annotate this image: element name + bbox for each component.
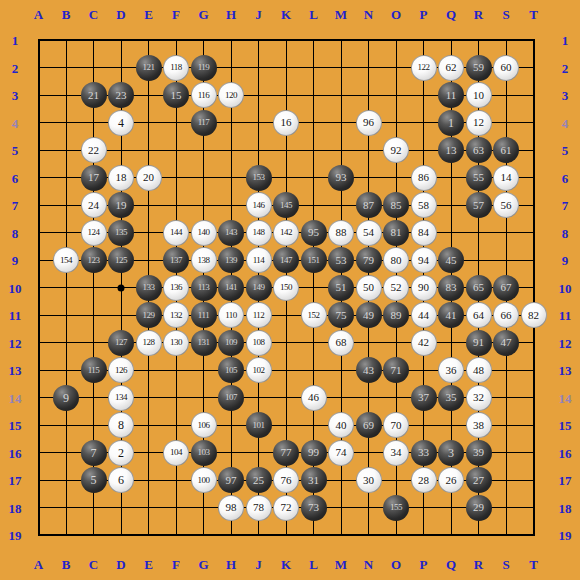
black-stone-93-M6: 93: [328, 165, 354, 191]
column-label-B: B: [62, 558, 71, 571]
move-number: 148: [253, 228, 265, 237]
white-stone-70-O15: 70: [383, 412, 409, 438]
move-number: 57: [473, 200, 484, 211]
row-label-10: 10: [559, 281, 572, 294]
move-number: 56: [501, 200, 512, 211]
white-stone-26-Q17: 26: [438, 467, 464, 493]
move-number: 79: [363, 255, 374, 266]
row-label-13: 13: [9, 364, 22, 377]
move-number: 127: [115, 338, 127, 347]
move-number: 54: [363, 227, 374, 238]
white-stone-58-P7: 58: [411, 192, 437, 218]
white-stone-130-F12: 130: [163, 330, 189, 356]
column-label-P: P: [420, 558, 428, 571]
row-label-16: 16: [559, 446, 572, 459]
column-label-A: A: [34, 8, 43, 21]
white-stone-108-J12: 108: [246, 330, 272, 356]
move-number: 102: [253, 366, 265, 375]
move-number: 109: [225, 338, 237, 347]
black-stone-107-H14: 107: [218, 385, 244, 411]
row-label-4: 4: [12, 116, 19, 129]
column-label-M: M: [335, 558, 347, 571]
black-stone-137-F9: 137: [163, 247, 189, 273]
row-label-2: 2: [12, 61, 19, 74]
white-stone-96-N4: 96: [356, 110, 382, 136]
white-stone-106-G15: 106: [191, 412, 217, 438]
move-number: 35: [446, 392, 457, 403]
move-number: 41: [446, 310, 457, 321]
black-stone-35-Q14: 35: [438, 385, 464, 411]
black-stone-61-S5: 61: [493, 137, 519, 163]
white-stone-136-F10: 136: [163, 275, 189, 301]
white-stone-6-D17: 6: [108, 467, 134, 493]
white-stone-10-R3: 10: [466, 82, 492, 108]
move-number: 52: [391, 282, 402, 293]
grid-horizontal-line: [38, 534, 535, 536]
black-stone-147-K9: 147: [273, 247, 299, 273]
black-stone-59-R2: 59: [466, 55, 492, 81]
move-number: 9: [63, 392, 69, 404]
column-label-G: G: [198, 8, 208, 21]
move-number: 26: [446, 475, 457, 486]
black-stone-19-D7: 19: [108, 192, 134, 218]
white-stone-60-S2: 60: [493, 55, 519, 81]
black-stone-103-G16: 103: [191, 440, 217, 466]
move-number: 74: [336, 447, 347, 458]
white-stone-90-P10: 90: [411, 275, 437, 301]
column-label-L: L: [309, 558, 318, 571]
black-stone-73-L18: 73: [301, 495, 327, 521]
row-label-17: 17: [559, 474, 572, 487]
black-stone-3-Q16: 3: [438, 440, 464, 466]
black-stone-43-N13: 43: [356, 357, 382, 383]
white-stone-4-D4: 4: [108, 110, 134, 136]
black-stone-27-R17: 27: [466, 467, 492, 493]
black-stone-79-N9: 79: [356, 247, 382, 273]
white-stone-86-P6: 86: [411, 165, 437, 191]
move-number: 27: [473, 475, 484, 486]
column-label-O: O: [391, 8, 401, 21]
move-number: 152: [308, 311, 320, 320]
move-number: 93: [336, 172, 347, 183]
move-number: 63: [473, 145, 484, 156]
row-label-1: 1: [562, 34, 569, 47]
move-number: 15: [171, 90, 182, 101]
move-number: 126: [115, 366, 127, 375]
white-stone-16-K4: 16: [273, 110, 299, 136]
black-stone-53-M9: 53: [328, 247, 354, 273]
move-number: 65: [473, 282, 484, 293]
move-number: 44: [418, 310, 429, 321]
move-number: 149: [253, 283, 265, 292]
move-number: 17: [88, 172, 99, 183]
move-number: 101: [253, 421, 265, 430]
row-label-11: 11: [559, 309, 571, 322]
column-label-Q: Q: [446, 8, 456, 21]
white-stone-68-M12: 68: [328, 330, 354, 356]
move-number: 24: [88, 200, 99, 211]
black-stone-121-E2: 121: [136, 55, 162, 81]
white-stone-40-M15: 40: [328, 412, 354, 438]
move-number: 58: [418, 200, 429, 211]
move-number: 106: [198, 421, 210, 430]
move-number: 25: [253, 475, 264, 486]
black-stone-77-K16: 77: [273, 440, 299, 466]
white-stone-66-S11: 66: [493, 302, 519, 328]
black-stone-125-D9: 125: [108, 247, 134, 273]
move-number: 20: [143, 172, 154, 183]
move-number: 70: [391, 420, 402, 431]
move-number: 137: [170, 256, 182, 265]
move-number: 43: [363, 365, 374, 376]
row-label-10: 10: [9, 281, 22, 294]
move-number: 42: [418, 337, 429, 348]
black-stone-139-H9: 139: [218, 247, 244, 273]
move-number: 48: [473, 365, 484, 376]
move-number: 139: [225, 256, 237, 265]
white-stone-82-T11: 82: [521, 302, 547, 328]
row-label-6: 6: [12, 171, 19, 184]
white-stone-84-P8: 84: [411, 220, 437, 246]
move-number: 6: [118, 474, 124, 486]
row-label-3: 3: [12, 89, 19, 102]
black-stone-111-G11: 111: [191, 302, 217, 328]
row-label-9: 9: [12, 254, 19, 267]
row-label-7: 7: [562, 199, 569, 212]
move-number: 120: [225, 91, 237, 100]
move-number: 22: [88, 145, 99, 156]
move-number: 135: [115, 228, 127, 237]
move-number: 30: [363, 475, 374, 486]
move-number: 67: [501, 282, 512, 293]
white-stone-62-Q2: 62: [438, 55, 464, 81]
white-stone-42-P12: 42: [411, 330, 437, 356]
move-number: 154: [60, 256, 72, 265]
black-stone-155-O18: 155: [383, 495, 409, 521]
move-number: 31: [308, 475, 319, 486]
white-stone-154-B9: 154: [53, 247, 79, 273]
white-stone-50-N10: 50: [356, 275, 382, 301]
white-stone-120-H3: 120: [218, 82, 244, 108]
black-stone-71-O13: 71: [383, 357, 409, 383]
move-number: 95: [308, 227, 319, 238]
move-number: 36: [446, 365, 457, 376]
column-label-R: R: [474, 8, 483, 21]
black-stone-63-R5: 63: [466, 137, 492, 163]
black-stone-91-R12: 91: [466, 330, 492, 356]
black-stone-25-J17: 25: [246, 467, 272, 493]
black-stone-127-D12: 127: [108, 330, 134, 356]
star-point-D10: [118, 284, 125, 291]
row-label-14: 14: [9, 391, 22, 404]
white-stone-2-D16: 2: [108, 440, 134, 466]
move-number: 111: [198, 311, 209, 320]
white-stone-34-O16: 34: [383, 440, 409, 466]
move-number: 129: [143, 311, 155, 320]
white-stone-92-O5: 92: [383, 137, 409, 163]
move-number: 151: [308, 256, 320, 265]
row-label-3: 3: [562, 89, 569, 102]
move-number: 87: [363, 200, 374, 211]
move-number: 144: [170, 228, 182, 237]
column-label-T: T: [529, 558, 538, 571]
move-number: 100: [198, 476, 210, 485]
move-number: 90: [418, 282, 429, 293]
column-label-C: C: [89, 8, 98, 21]
white-stone-54-N8: 54: [356, 220, 382, 246]
row-label-15: 15: [9, 419, 22, 432]
move-number: 143: [225, 228, 237, 237]
column-label-B: B: [62, 8, 71, 21]
row-label-18: 18: [9, 501, 22, 514]
row-label-15: 15: [559, 419, 572, 432]
move-number: 45: [446, 255, 457, 266]
row-label-1: 1: [12, 34, 19, 47]
black-stone-49-N11: 49: [356, 302, 382, 328]
black-stone-101-J15: 101: [246, 412, 272, 438]
move-number: 91: [473, 337, 484, 348]
move-number: 89: [391, 310, 402, 321]
move-number: 104: [170, 448, 182, 457]
move-number: 132: [170, 311, 182, 320]
move-number: 13: [446, 145, 457, 156]
column-label-M: M: [335, 8, 347, 21]
move-number: 114: [253, 256, 265, 265]
move-number: 128: [143, 338, 155, 347]
column-label-K: K: [281, 558, 291, 571]
black-stone-9-B14: 9: [53, 385, 79, 411]
column-label-J: J: [255, 558, 262, 571]
move-number: 97: [226, 475, 237, 486]
move-number: 80: [391, 255, 402, 266]
move-number: 153: [253, 173, 265, 182]
row-label-4: 4: [562, 116, 569, 129]
white-stone-46-L14: 46: [301, 385, 327, 411]
black-stone-133-E10: 133: [136, 275, 162, 301]
move-number: 81: [391, 227, 402, 238]
white-stone-30-N17: 30: [356, 467, 382, 493]
white-stone-24-C7: 24: [81, 192, 107, 218]
move-number: 40: [336, 420, 347, 431]
black-stone-123-C9: 123: [81, 247, 107, 273]
white-stone-110-H11: 110: [218, 302, 244, 328]
move-number: 96: [363, 117, 374, 128]
move-number: 38: [473, 420, 484, 431]
white-stone-102-J13: 102: [246, 357, 272, 383]
move-number: 28: [418, 475, 429, 486]
white-stone-44-P11: 44: [411, 302, 437, 328]
move-number: 71: [391, 365, 402, 376]
white-stone-28-P17: 28: [411, 467, 437, 493]
move-number: 18: [116, 172, 127, 183]
black-stone-23-D3: 23: [108, 82, 134, 108]
black-stone-113-G10: 113: [191, 275, 217, 301]
white-stone-152-L11: 152: [301, 302, 327, 328]
column-label-T: T: [529, 8, 538, 21]
black-stone-13-Q5: 13: [438, 137, 464, 163]
move-number: 64: [473, 310, 484, 321]
black-stone-81-O8: 81: [383, 220, 409, 246]
row-label-14: 14: [559, 391, 572, 404]
black-stone-143-H8: 143: [218, 220, 244, 246]
move-number: 136: [170, 283, 182, 292]
row-label-16: 16: [9, 446, 22, 459]
move-number: 119: [198, 63, 210, 72]
column-label-R: R: [474, 558, 483, 571]
move-number: 133: [143, 283, 155, 292]
white-stone-116-G3: 116: [191, 82, 217, 108]
white-stone-118-F2: 118: [163, 55, 189, 81]
column-label-S: S: [502, 558, 509, 571]
white-stone-72-K18: 72: [273, 495, 299, 521]
black-stone-15-F3: 15: [163, 82, 189, 108]
white-stone-18-D6: 18: [108, 165, 134, 191]
move-number: 138: [198, 256, 210, 265]
black-stone-29-R18: 29: [466, 495, 492, 521]
black-stone-55-R6: 55: [466, 165, 492, 191]
move-number: 77: [281, 447, 292, 458]
move-number: 21: [88, 90, 99, 101]
black-stone-47-S12: 47: [493, 330, 519, 356]
column-label-O: O: [391, 558, 401, 571]
move-number: 131: [198, 338, 210, 347]
move-number: 105: [225, 366, 237, 375]
white-stone-38-R15: 38: [466, 412, 492, 438]
column-label-A: A: [34, 558, 43, 571]
move-number: 39: [473, 447, 484, 458]
black-stone-153-J6: 153: [246, 165, 272, 191]
move-number: 83: [446, 282, 457, 293]
column-label-N: N: [364, 8, 373, 21]
move-number: 121: [143, 63, 155, 72]
go-kifu-diagram: ABCDEFGHJKLMNOPQRST ABCDEFGHJKLMNOPQRST …: [0, 0, 580, 580]
column-label-F: F: [172, 8, 180, 21]
move-number: 86: [418, 172, 429, 183]
white-stone-126-D13: 126: [108, 357, 134, 383]
move-number: 140: [198, 228, 210, 237]
black-stone-17-C6: 17: [81, 165, 107, 191]
move-number: 33: [418, 447, 429, 458]
row-label-13: 13: [559, 364, 572, 377]
column-label-E: E: [144, 558, 153, 571]
move-number: 124: [88, 228, 100, 237]
white-stone-36-Q13: 36: [438, 357, 464, 383]
black-stone-87-N7: 87: [356, 192, 382, 218]
white-stone-74-M16: 74: [328, 440, 354, 466]
column-label-C: C: [89, 558, 98, 571]
move-number: 3: [448, 447, 454, 459]
white-stone-8-D15: 8: [108, 412, 134, 438]
move-number: 7: [91, 447, 97, 459]
black-stone-119-G2: 119: [191, 55, 217, 81]
white-stone-142-K8: 142: [273, 220, 299, 246]
row-label-18: 18: [559, 501, 572, 514]
move-number: 117: [198, 118, 210, 127]
move-number: 123: [88, 256, 100, 265]
white-stone-148-J8: 148: [246, 220, 272, 246]
move-number: 115: [88, 366, 100, 375]
column-label-K: K: [281, 8, 291, 21]
column-label-D: D: [116, 8, 125, 21]
white-stone-94-P9: 94: [411, 247, 437, 273]
black-stone-141-H10: 141: [218, 275, 244, 301]
move-number: 4: [118, 117, 124, 129]
move-number: 60: [501, 62, 512, 73]
move-number: 130: [170, 338, 182, 347]
move-number: 66: [501, 310, 512, 321]
black-stone-57-R7: 57: [466, 192, 492, 218]
move-number: 146: [253, 201, 265, 210]
move-number: 68: [336, 337, 347, 348]
white-stone-124-C8: 124: [81, 220, 107, 246]
black-stone-105-H13: 105: [218, 357, 244, 383]
row-label-5: 5: [562, 144, 569, 157]
black-stone-115-C13: 115: [81, 357, 107, 383]
move-number: 84: [418, 227, 429, 238]
move-number: 118: [170, 63, 182, 72]
row-label-8: 8: [12, 226, 19, 239]
move-number: 34: [391, 447, 402, 458]
move-number: 78: [253, 502, 264, 513]
white-stone-56-S7: 56: [493, 192, 519, 218]
black-stone-45-Q9: 45: [438, 247, 464, 273]
white-stone-144-F8: 144: [163, 220, 189, 246]
column-label-D: D: [116, 558, 125, 571]
black-stone-67-S10: 67: [493, 275, 519, 301]
row-label-9: 9: [562, 254, 569, 267]
row-label-5: 5: [12, 144, 19, 157]
white-stone-98-H18: 98: [218, 495, 244, 521]
row-label-8: 8: [562, 226, 569, 239]
move-number: 92: [391, 145, 402, 156]
move-number: 110: [225, 311, 237, 320]
move-number: 49: [363, 310, 374, 321]
move-number: 19: [116, 200, 127, 211]
white-stone-112-J11: 112: [246, 302, 272, 328]
black-stone-149-J10: 149: [246, 275, 272, 301]
move-number: 5: [91, 474, 97, 486]
black-stone-145-K7: 145: [273, 192, 299, 218]
move-number: 134: [115, 393, 127, 402]
move-number: 99: [308, 447, 319, 458]
column-label-Q: Q: [446, 558, 456, 571]
move-number: 107: [225, 393, 237, 402]
move-number: 2: [118, 447, 124, 459]
row-label-12: 12: [559, 336, 572, 349]
row-label-12: 12: [9, 336, 22, 349]
black-stone-83-Q10: 83: [438, 275, 464, 301]
move-number: 73: [308, 502, 319, 513]
white-stone-78-J18: 78: [246, 495, 272, 521]
white-stone-104-F16: 104: [163, 440, 189, 466]
white-stone-88-M8: 88: [328, 220, 354, 246]
column-label-G: G: [198, 558, 208, 571]
move-number: 29: [473, 502, 484, 513]
move-number: 116: [198, 91, 210, 100]
column-label-P: P: [420, 8, 428, 21]
white-stone-52-O10: 52: [383, 275, 409, 301]
black-stone-41-Q11: 41: [438, 302, 464, 328]
white-stone-32-R14: 32: [466, 385, 492, 411]
move-number: 12: [473, 117, 484, 128]
move-number: 122: [418, 63, 430, 72]
black-stone-89-O11: 89: [383, 302, 409, 328]
black-stone-21-C3: 21: [81, 82, 107, 108]
row-label-19: 19: [559, 529, 572, 542]
black-stone-97-H17: 97: [218, 467, 244, 493]
white-stone-20-E6: 20: [136, 165, 162, 191]
move-number: 88: [336, 227, 347, 238]
